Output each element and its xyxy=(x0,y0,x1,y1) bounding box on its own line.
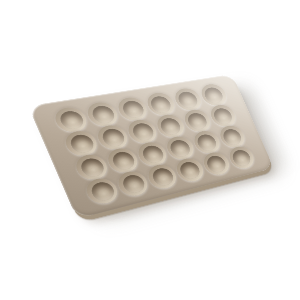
muffin-cup xyxy=(134,140,170,168)
cup-cavity xyxy=(129,121,155,141)
muffin-cup xyxy=(171,87,204,112)
cup-cavity xyxy=(57,109,86,130)
cup-cavity xyxy=(139,144,165,165)
muffin-cup xyxy=(200,150,233,177)
cup-cavity xyxy=(204,154,228,174)
cup-cavity xyxy=(89,104,117,124)
muffin-cup xyxy=(207,103,239,128)
cup-cavity xyxy=(158,116,183,136)
cup-grid xyxy=(28,74,274,219)
muffin-cup xyxy=(94,123,131,151)
muffin-cup xyxy=(216,124,248,150)
cup-cavity xyxy=(168,138,193,158)
muffin-cup xyxy=(144,91,179,117)
cup-cavity xyxy=(109,150,136,171)
muffin-pan xyxy=(28,74,274,219)
muffin-cup xyxy=(84,100,122,128)
muffin-cup xyxy=(83,176,122,207)
muffin-cup xyxy=(173,156,207,184)
muffin-cup xyxy=(62,129,101,158)
cup-cavity xyxy=(178,160,203,180)
cup-cavity xyxy=(78,156,107,178)
cup-cavity xyxy=(120,173,147,195)
muffin-cup xyxy=(52,105,91,134)
cup-cavity xyxy=(185,111,209,130)
muffin-cup xyxy=(190,129,223,156)
muffin-cup xyxy=(125,118,161,146)
cup-cavity xyxy=(230,148,253,167)
cup-cavity xyxy=(202,86,225,104)
cup-cavity xyxy=(67,133,96,154)
muffin-cup xyxy=(72,152,111,182)
product-photo xyxy=(0,0,300,300)
cup-cavity xyxy=(149,166,175,187)
cup-cavity xyxy=(195,132,219,151)
muffin-cup xyxy=(115,169,152,199)
muffin-cup xyxy=(181,108,214,134)
cup-cavity xyxy=(148,95,173,114)
muffin-cup xyxy=(226,145,257,171)
cup-cavity xyxy=(176,90,200,109)
muffin-cup xyxy=(104,146,141,175)
muffin-cup xyxy=(115,96,151,123)
cup-cavity xyxy=(88,180,116,202)
cup-cavity xyxy=(119,99,145,119)
cup-cavity xyxy=(221,127,244,146)
muffin-cup xyxy=(153,113,187,140)
muffin-cup xyxy=(198,83,230,108)
muffin-cup xyxy=(163,134,197,161)
cup-cavity xyxy=(211,107,234,125)
muffin-cup xyxy=(145,162,181,191)
cup-cavity xyxy=(99,127,126,148)
